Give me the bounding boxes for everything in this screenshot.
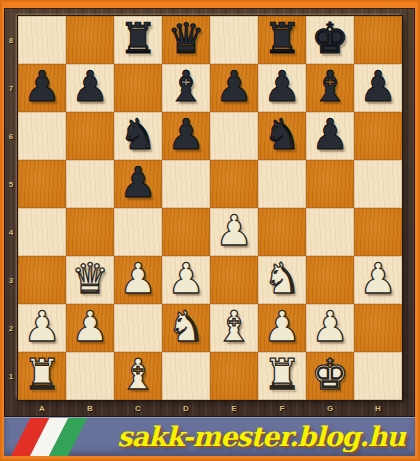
footer-banner: sakk-mester.blog.hu [4, 417, 415, 456]
square-e8[interactable] [210, 16, 258, 64]
square-f7[interactable]: ♟ [258, 64, 306, 112]
file-label-d: D [162, 400, 210, 417]
file-labels: ABCDEFGH [18, 400, 402, 417]
square-d8[interactable]: ♛ [162, 16, 210, 64]
board-frame: 87654321 ♜♛♜♚♟♟♝♟♟♝♟♞♟♞♟♟♟♛♟♟♞♟♟♟♞♝♟♟♜♝♜… [4, 8, 415, 417]
square-b1[interactable] [66, 352, 114, 400]
square-g8[interactable]: ♚ [306, 16, 354, 64]
square-b3[interactable]: ♛ [66, 256, 114, 304]
file-label-f: F [258, 400, 306, 417]
square-f5[interactable] [258, 160, 306, 208]
square-c3[interactable]: ♟ [114, 256, 162, 304]
piece-bP-e7: ♟ [215, 66, 253, 108]
square-e2[interactable]: ♝ [210, 304, 258, 352]
piece-bK-g8: ♚ [311, 18, 349, 60]
rank-label-6: 6 [4, 112, 18, 160]
file-label-g: G [306, 400, 354, 417]
square-c4[interactable] [114, 208, 162, 256]
piece-bP-g6: ♟ [311, 114, 349, 156]
rank-label-1: 1 [4, 352, 18, 400]
square-c2[interactable] [114, 304, 162, 352]
square-a1[interactable]: ♜ [18, 352, 66, 400]
square-e1[interactable] [210, 352, 258, 400]
square-g3[interactable] [306, 256, 354, 304]
board: ♜♛♜♚♟♟♝♟♟♝♟♞♟♞♟♟♟♛♟♟♞♟♟♟♞♝♟♟♜♝♜♚ [18, 16, 402, 400]
square-b8[interactable] [66, 16, 114, 64]
square-c1[interactable]: ♝ [114, 352, 162, 400]
square-e7[interactable]: ♟ [210, 64, 258, 112]
piece-wP-g2: ♟ [311, 306, 349, 348]
square-b6[interactable] [66, 112, 114, 160]
rank-label-4: 4 [4, 208, 18, 256]
rank-label-5: 5 [4, 160, 18, 208]
square-e5[interactable] [210, 160, 258, 208]
square-h4[interactable] [354, 208, 402, 256]
piece-wP-h3: ♟ [359, 258, 397, 300]
square-a4[interactable] [18, 208, 66, 256]
piece-wP-f2: ♟ [263, 306, 301, 348]
square-d2[interactable]: ♞ [162, 304, 210, 352]
square-d1[interactable] [162, 352, 210, 400]
file-label-e: E [210, 400, 258, 417]
square-f2[interactable]: ♟ [258, 304, 306, 352]
square-d5[interactable] [162, 160, 210, 208]
square-a8[interactable] [18, 16, 66, 64]
piece-bP-d6: ♟ [167, 114, 205, 156]
file-label-c: C [114, 400, 162, 417]
piece-bP-a7: ♟ [23, 66, 61, 108]
square-h2[interactable] [354, 304, 402, 352]
piece-wN-d2: ♞ [167, 306, 205, 348]
square-a2[interactable]: ♟ [18, 304, 66, 352]
piece-bB-d7: ♝ [167, 66, 205, 108]
square-b5[interactable] [66, 160, 114, 208]
square-f3[interactable]: ♞ [258, 256, 306, 304]
square-c8[interactable]: ♜ [114, 16, 162, 64]
square-a5[interactable] [18, 160, 66, 208]
square-c5[interactable]: ♟ [114, 160, 162, 208]
square-g1[interactable]: ♚ [306, 352, 354, 400]
square-c7[interactable] [114, 64, 162, 112]
rank-label-2: 2 [4, 304, 18, 352]
rank-label-3: 3 [4, 256, 18, 304]
square-g2[interactable]: ♟ [306, 304, 354, 352]
square-b7[interactable]: ♟ [66, 64, 114, 112]
square-h6[interactable] [354, 112, 402, 160]
site-url-text: sakk-mester.blog.hu [117, 421, 405, 452]
rank-label-7: 7 [4, 64, 18, 112]
square-d7[interactable]: ♝ [162, 64, 210, 112]
piece-wP-e4: ♟ [215, 210, 253, 252]
piece-bP-c5: ♟ [119, 162, 157, 204]
square-d4[interactable] [162, 208, 210, 256]
square-d3[interactable]: ♟ [162, 256, 210, 304]
square-e3[interactable] [210, 256, 258, 304]
square-a7[interactable]: ♟ [18, 64, 66, 112]
piece-wB-c1: ♝ [119, 354, 157, 396]
square-a3[interactable] [18, 256, 66, 304]
rank-labels: 87654321 [4, 16, 18, 400]
square-b4[interactable] [66, 208, 114, 256]
piece-bP-h7: ♟ [359, 66, 397, 108]
file-label-b: B [66, 400, 114, 417]
piece-bR-c8: ♜ [119, 18, 157, 60]
square-g4[interactable] [306, 208, 354, 256]
square-e6[interactable] [210, 112, 258, 160]
square-g6[interactable]: ♟ [306, 112, 354, 160]
square-h1[interactable] [354, 352, 402, 400]
square-g7[interactable]: ♝ [306, 64, 354, 112]
square-b2[interactable]: ♟ [66, 304, 114, 352]
square-d6[interactable]: ♟ [162, 112, 210, 160]
hungarian-flag-icon [11, 418, 87, 456]
square-h8[interactable] [354, 16, 402, 64]
piece-bP-b7: ♟ [71, 66, 109, 108]
piece-bN-c6: ♞ [119, 114, 157, 156]
square-h5[interactable] [354, 160, 402, 208]
rank-label-8: 8 [4, 16, 18, 64]
piece-wN-f3: ♞ [263, 258, 301, 300]
piece-wP-c3: ♟ [119, 258, 157, 300]
square-f8[interactable]: ♜ [258, 16, 306, 64]
piece-bP-f7: ♟ [263, 66, 301, 108]
piece-wK-g1: ♚ [311, 354, 349, 396]
piece-wQ-b3: ♛ [71, 258, 109, 300]
piece-wP-b2: ♟ [71, 306, 109, 348]
square-f6[interactable]: ♞ [258, 112, 306, 160]
square-f4[interactable] [258, 208, 306, 256]
square-h3[interactable]: ♟ [354, 256, 402, 304]
square-c6[interactable]: ♞ [114, 112, 162, 160]
chess-diagram-page: 87654321 ♜♛♜♚♟♟♝♟♟♝♟♞♟♞♟♟♟♛♟♟♞♟♟♟♞♝♟♟♜♝♜… [0, 0, 420, 461]
square-e4[interactable]: ♟ [210, 208, 258, 256]
piece-wP-d3: ♟ [167, 258, 205, 300]
piece-wR-f1: ♜ [263, 354, 301, 396]
piece-bR-f8: ♜ [263, 18, 301, 60]
square-f1[interactable]: ♜ [258, 352, 306, 400]
piece-wB-e2: ♝ [215, 306, 253, 348]
square-g5[interactable] [306, 160, 354, 208]
piece-wR-a1: ♜ [23, 354, 61, 396]
piece-wP-a2: ♟ [23, 306, 61, 348]
square-h7[interactable]: ♟ [354, 64, 402, 112]
file-label-h: H [354, 400, 402, 417]
piece-bQ-d8: ♛ [167, 18, 205, 60]
square-a6[interactable] [18, 112, 66, 160]
piece-bN-f6: ♞ [263, 114, 301, 156]
file-label-a: A [18, 400, 66, 417]
piece-bB-g7: ♝ [311, 66, 349, 108]
